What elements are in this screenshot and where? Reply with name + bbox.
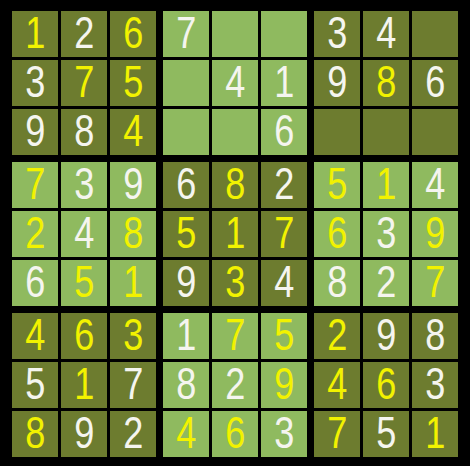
cell-r5c4[interactable]: 5: [163, 211, 209, 257]
digit: 1: [176, 313, 196, 359]
cell-r7c5[interactable]: 7: [212, 313, 258, 359]
cell-r4c9[interactable]: 4: [412, 162, 458, 208]
cell-r3c7[interactable]: [314, 109, 360, 155]
digit: 4: [376, 11, 396, 57]
cell-r6c3[interactable]: 1: [110, 260, 156, 306]
digit: 6: [225, 411, 245, 457]
cell-r7c4[interactable]: 1: [163, 313, 209, 359]
box-2-3: 514639827: [314, 162, 458, 306]
box-2-2: 682517934: [163, 162, 307, 306]
cell-r7c1[interactable]: 4: [12, 313, 58, 359]
cell-r9c8[interactable]: 5: [363, 411, 409, 457]
cell-r8c9[interactable]: 3: [412, 362, 458, 408]
digit: 1: [25, 11, 45, 57]
cell-r8c5[interactable]: 2: [212, 362, 258, 408]
digit: 8: [123, 211, 143, 257]
cell-r5c9[interactable]: 9: [412, 211, 458, 257]
cell-r6c2[interactable]: 5: [61, 260, 107, 306]
digit: 6: [327, 211, 347, 257]
digit: 6: [425, 60, 445, 106]
cell-r6c4[interactable]: 9: [163, 260, 209, 306]
cell-r6c6[interactable]: 4: [261, 260, 307, 306]
box-3-1: 463517892: [12, 313, 156, 457]
cell-r9c4[interactable]: 4: [163, 411, 209, 457]
digit: 8: [225, 162, 245, 208]
digit: 2: [274, 162, 294, 208]
digit: 8: [176, 362, 196, 408]
digit: 5: [327, 162, 347, 208]
box-1-1: 126375984: [12, 11, 156, 155]
digit: 9: [425, 211, 445, 257]
cell-r3c6[interactable]: 6: [261, 109, 307, 155]
digit: 3: [425, 362, 445, 408]
digit: 4: [425, 162, 445, 208]
digit: 6: [176, 162, 196, 208]
digit: 7: [123, 362, 143, 408]
cell-r9c9[interactable]: 1: [412, 411, 458, 457]
digit: 7: [225, 313, 245, 359]
digit: 3: [25, 60, 45, 106]
cell-r1c7[interactable]: 3: [314, 11, 360, 57]
digit: 6: [376, 362, 396, 408]
cell-r6c8[interactable]: 2: [363, 260, 409, 306]
cell-r1c8[interactable]: 4: [363, 11, 409, 57]
cell-r5c6[interactable]: 7: [261, 211, 307, 257]
digit: 4: [225, 60, 245, 106]
digit: 2: [74, 11, 94, 57]
cell-r7c9[interactable]: 8: [412, 313, 458, 359]
digit: 8: [376, 60, 396, 106]
cell-r2c2[interactable]: 7: [61, 60, 107, 106]
digit: 3: [74, 162, 94, 208]
digit: 4: [327, 362, 347, 408]
cell-r2c3[interactable]: 5: [110, 60, 156, 106]
digit: 3: [274, 411, 294, 457]
cell-r4c1[interactable]: 7: [12, 162, 58, 208]
cell-r2c1[interactable]: 3: [12, 60, 58, 106]
cell-r2c8[interactable]: 8: [363, 60, 409, 106]
digit: 8: [25, 411, 45, 457]
cell-r3c1[interactable]: 9: [12, 109, 58, 155]
digit: 7: [25, 162, 45, 208]
digit: 5: [274, 313, 294, 359]
cell-r5c2[interactable]: 4: [61, 211, 107, 257]
digit: 1: [425, 411, 445, 457]
cell-r4c8[interactable]: 1: [363, 162, 409, 208]
digit: 5: [123, 60, 143, 106]
cell-r6c7[interactable]: 8: [314, 260, 360, 306]
sudoku-board: 1263759847416349867392486516825179345146…: [12, 11, 458, 457]
cell-r9c2[interactable]: 9: [61, 411, 107, 457]
cell-r6c9[interactable]: 7: [412, 260, 458, 306]
digit: 3: [123, 313, 143, 359]
digit: 1: [376, 162, 396, 208]
cell-r5c3[interactable]: 8: [110, 211, 156, 257]
cell-r8c4[interactable]: 8: [163, 362, 209, 408]
digit: 1: [74, 362, 94, 408]
digit: 7: [74, 60, 94, 106]
cell-r2c7[interactable]: 9: [314, 60, 360, 106]
digit: 9: [74, 411, 94, 457]
cell-r7c8[interactable]: 9: [363, 313, 409, 359]
cell-r2c4[interactable]: [163, 60, 209, 106]
digit: 3: [376, 211, 396, 257]
cell-r2c5[interactable]: 4: [212, 60, 258, 106]
cell-r8c1[interactable]: 5: [12, 362, 58, 408]
digit: 2: [327, 313, 347, 359]
digit: 3: [225, 260, 245, 306]
cell-r8c8[interactable]: 6: [363, 362, 409, 408]
cell-r8c3[interactable]: 7: [110, 362, 156, 408]
cell-r9c5[interactable]: 6: [212, 411, 258, 457]
digit: 2: [376, 260, 396, 306]
cell-r4c7[interactable]: 5: [314, 162, 360, 208]
cell-r9c3[interactable]: 2: [110, 411, 156, 457]
digit: 5: [25, 362, 45, 408]
cell-r5c5[interactable]: 1: [212, 211, 258, 257]
cell-r3c4[interactable]: [163, 109, 209, 155]
cell-r7c3[interactable]: 3: [110, 313, 156, 359]
cell-r1c2[interactable]: 2: [61, 11, 107, 57]
digit: 9: [176, 260, 196, 306]
cell-r3c8[interactable]: [363, 109, 409, 155]
box-1-2: 7416: [163, 11, 307, 155]
sudoku-app-frame: 1263759847416349867392486516825179345146…: [0, 0, 470, 466]
cell-r4c5[interactable]: 8: [212, 162, 258, 208]
cell-r4c4[interactable]: 6: [163, 162, 209, 208]
digit: 9: [274, 362, 294, 408]
cell-r2c6[interactable]: 1: [261, 60, 307, 106]
cell-r4c2[interactable]: 3: [61, 162, 107, 208]
digit: 7: [274, 211, 294, 257]
cell-r1c3[interactable]: 6: [110, 11, 156, 57]
cell-r1c4[interactable]: 7: [163, 11, 209, 57]
digit: 5: [376, 411, 396, 457]
digit: 9: [25, 109, 45, 155]
cell-r5c1[interactable]: 2: [12, 211, 58, 257]
cell-r1c1[interactable]: 1: [12, 11, 58, 57]
digit: 2: [25, 211, 45, 257]
cell-r2c9[interactable]: 6: [412, 60, 458, 106]
digit: 9: [123, 162, 143, 208]
cell-r8c6[interactable]: 9: [261, 362, 307, 408]
cell-r9c1[interactable]: 8: [12, 411, 58, 457]
cell-r5c8[interactable]: 3: [363, 211, 409, 257]
digit: 1: [225, 211, 245, 257]
cell-r7c2[interactable]: 6: [61, 313, 107, 359]
cell-r3c5[interactable]: [212, 109, 258, 155]
digit: 9: [376, 313, 396, 359]
cell-r6c5[interactable]: 3: [212, 260, 258, 306]
digit: 4: [176, 411, 196, 457]
digit: 5: [176, 211, 196, 257]
digit: 3: [327, 11, 347, 57]
digit: 1: [123, 260, 143, 306]
digit: 4: [274, 260, 294, 306]
digit: 4: [25, 313, 45, 359]
digit: 8: [327, 260, 347, 306]
cell-r8c2[interactable]: 1: [61, 362, 107, 408]
digit: 5: [74, 260, 94, 306]
cell-r3c9[interactable]: [412, 109, 458, 155]
cell-r3c3[interactable]: 4: [110, 109, 156, 155]
digit: 6: [25, 260, 45, 306]
cell-r1c9[interactable]: [412, 11, 458, 57]
cell-r7c6[interactable]: 5: [261, 313, 307, 359]
digit: 7: [327, 411, 347, 457]
box-2-1: 739248651: [12, 162, 156, 306]
cell-r4c6[interactable]: 2: [261, 162, 307, 208]
cell-r6c1[interactable]: 6: [12, 260, 58, 306]
digit: 1: [274, 60, 294, 106]
box-3-2: 175829463: [163, 313, 307, 457]
digit: 2: [225, 362, 245, 408]
cell-r8c7[interactable]: 4: [314, 362, 360, 408]
box-1-3: 34986: [314, 11, 458, 155]
digit: 6: [123, 11, 143, 57]
digit: 4: [74, 211, 94, 257]
digit: 7: [176, 11, 196, 57]
cell-r9c7[interactable]: 7: [314, 411, 360, 457]
digit: 6: [74, 313, 94, 359]
digit: 9: [327, 60, 347, 106]
digit: 6: [274, 109, 294, 155]
digit: 7: [425, 260, 445, 306]
digit: 8: [425, 313, 445, 359]
cell-r1c6[interactable]: [261, 11, 307, 57]
cell-r1c5[interactable]: [212, 11, 258, 57]
cell-r4c3[interactable]: 9: [110, 162, 156, 208]
digit: 4: [123, 109, 143, 155]
digit: 2: [123, 411, 143, 457]
cell-r3c2[interactable]: 8: [61, 109, 107, 155]
cell-r7c7[interactable]: 2: [314, 313, 360, 359]
box-3-3: 298463751: [314, 313, 458, 457]
digit: 8: [74, 109, 94, 155]
cell-r5c7[interactable]: 6: [314, 211, 360, 257]
cell-r9c6[interactable]: 3: [261, 411, 307, 457]
